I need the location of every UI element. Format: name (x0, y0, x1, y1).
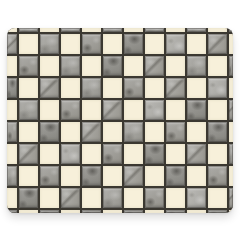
board-cell-r5-c11-cream (229, 122, 233, 142)
board-cell-r5-c2-gray (40, 122, 59, 142)
board-cell-r7-c1-cream (19, 166, 38, 186)
board-cell-r1-c11-cream (229, 34, 233, 54)
board-cell-r0-c10-cream (208, 28, 227, 32)
board-cell-r7-c6-gray (124, 166, 143, 186)
board-cell-r4-c1-gray (19, 100, 38, 120)
board-cell-r9-c3-cream (61, 210, 80, 213)
board-cell-r6-c1-gray (19, 144, 38, 164)
board-cell-r8-c10-cream (208, 188, 227, 208)
board-cell-r7-c5-cream (103, 166, 122, 186)
board-cell-r9-c4-gray (82, 210, 101, 213)
board-cell-r2-c10-cream (208, 56, 227, 76)
board-cell-r1-c2-gray (40, 34, 59, 54)
board-cell-r4-c10-cream (208, 100, 227, 120)
board-cell-r7-c7-cream (145, 166, 164, 186)
board-cell-r7-c10-gray (208, 166, 227, 186)
board-cell-r0-c8-cream (166, 28, 185, 32)
board-cell-r0-c3-gray (61, 28, 80, 32)
board-cell-r6-c0-cream (7, 144, 17, 164)
board-cell-r3-c4-gray (82, 78, 101, 98)
board-cell-r7-c8-gray (166, 166, 185, 186)
board-cell-r6-c6-cream (124, 144, 143, 164)
board-cell-r7-c2-gray (40, 166, 59, 186)
board-cell-r0-c5-gray (103, 28, 122, 32)
board-cell-r9-c5-cream (103, 210, 122, 213)
board-cell-r6-c11-gray (229, 144, 233, 164)
board-cell-r3-c0-gray (7, 78, 17, 98)
board-cell-r2-c1-gray (19, 56, 38, 76)
board-cell-r6-c2-cream (40, 144, 59, 164)
board-cell-r0-c0-cream (7, 28, 17, 32)
board-cell-r8-c8-cream (166, 188, 185, 208)
board-cell-r0-c7-gray (145, 28, 164, 32)
board-cell-r8-c11-gray (229, 188, 233, 208)
board-cell-r0-c9-gray (187, 28, 206, 32)
board-cell-r8-c5-gray (103, 188, 122, 208)
board-cell-r9-c2-gray (40, 210, 59, 213)
board-cell-r4-c3-gray (61, 100, 80, 120)
board-cell-r5-c3-cream (61, 122, 80, 142)
board-cell-r5-c7-cream (145, 122, 164, 142)
board-cell-r2-c7-gray (145, 56, 164, 76)
board-cell-r3-c2-gray (40, 78, 59, 98)
board-cell-r3-c1-cream (19, 78, 38, 98)
board-cell-r1-c7-cream (145, 34, 164, 54)
board-cell-r8-c9-gray (187, 188, 206, 208)
board-cell-r1-c8-gray (166, 34, 185, 54)
board-cell-r4-c2-cream (40, 100, 59, 120)
board-cell-r3-c6-gray (124, 78, 143, 98)
board-cell-r6-c4-cream (82, 144, 101, 164)
board-cell-r8-c1-gray (19, 188, 38, 208)
board-cell-r5-c8-gray (166, 122, 185, 142)
board-cell-r0-c4-cream (82, 28, 101, 32)
board-cell-r1-c0-gray (7, 34, 17, 54)
board-cell-r0-c11-gray (229, 28, 233, 32)
board-cell-r5-c0-gray (7, 122, 17, 142)
board-cell-r1-c5-cream (103, 34, 122, 54)
board-cell-r8-c0-cream (7, 188, 17, 208)
board-cell-r4-c11-gray (229, 100, 233, 120)
board-cell-r4-c4-cream (82, 100, 101, 120)
board-cell-r8-c6-cream (124, 188, 143, 208)
board-cell-r4-c6-cream (124, 100, 143, 120)
board-cell-r5-c4-gray (82, 122, 101, 142)
board-cell-r4-c8-cream (166, 100, 185, 120)
board-cell-r3-c3-cream (61, 78, 80, 98)
board-cell-r1-c6-gray (124, 34, 143, 54)
board-cell-r4-c7-gray (145, 100, 164, 120)
board-cell-r0-c1-gray (19, 28, 38, 32)
board-cell-r6-c9-gray (187, 144, 206, 164)
board-cell-r2-c8-cream (166, 56, 185, 76)
board-cell-r9-c1-cream (19, 210, 38, 213)
board-cell-r8-c3-gray (61, 188, 80, 208)
product-photo-background (0, 0, 240, 240)
board-cell-r9-c9-cream (187, 210, 206, 213)
board-cell-r9-c11-cream (229, 210, 233, 213)
board-cell-r7-c4-gray (82, 166, 101, 186)
board-cell-r5-c1-cream (19, 122, 38, 142)
board-cell-r9-c6-gray (124, 210, 143, 213)
board-cell-r6-c8-cream (166, 144, 185, 164)
board-cell-r2-c2-cream (40, 56, 59, 76)
board-cell-r2-c0-cream (7, 56, 17, 76)
board-cell-r2-c3-gray (61, 56, 80, 76)
board-cell-r5-c10-gray (208, 122, 227, 142)
board-cell-r6-c10-cream (208, 144, 227, 164)
board-cell-r4-c5-gray (103, 100, 122, 120)
board-cell-r8-c7-gray (145, 188, 164, 208)
board-cell-r6-c7-gray (145, 144, 164, 164)
board-cell-r9-c8-gray (166, 210, 185, 213)
board-cell-r7-c9-cream (187, 166, 206, 186)
board-cell-r9-c0-gray (7, 210, 17, 213)
board-cell-r3-c5-cream (103, 78, 122, 98)
board-cell-r0-c2-cream (40, 28, 59, 32)
board-cell-r0-c6-cream (124, 28, 143, 32)
board-cell-r2-c6-cream (124, 56, 143, 76)
checkerboard-blanket (7, 28, 233, 213)
board-cell-r7-c0-gray (7, 166, 17, 186)
board-cell-r3-c9-cream (187, 78, 206, 98)
board-cell-r2-c9-gray (187, 56, 206, 76)
board-cell-r4-c9-gray (187, 100, 206, 120)
board-cell-r5-c6-gray (124, 122, 143, 142)
board-cell-r9-c10-gray (208, 210, 227, 213)
board-cell-r1-c9-cream (187, 34, 206, 54)
board-cell-r8-c2-cream (40, 188, 59, 208)
board-cell-r5-c5-cream (103, 122, 122, 142)
board-cell-r3-c8-gray (166, 78, 185, 98)
board-cell-r8-c4-cream (82, 188, 101, 208)
board-cell-r9-c7-cream (145, 210, 164, 213)
board-cell-r2-c11-gray (229, 56, 233, 76)
board-cell-r7-c11-cream (229, 166, 233, 186)
board-cell-r7-c3-cream (61, 166, 80, 186)
board-cell-r2-c4-cream (82, 56, 101, 76)
board-cell-r3-c10-gray (208, 78, 227, 98)
board-cell-r3-c7-cream (145, 78, 164, 98)
board-cell-r6-c5-gray (103, 144, 122, 164)
board-cell-r3-c11-cream (229, 78, 233, 98)
board-cell-r2-c5-gray (103, 56, 122, 76)
board-cell-r5-c9-cream (187, 122, 206, 142)
board-cell-r1-c4-gray (82, 34, 101, 54)
board-cell-r1-c3-cream (61, 34, 80, 54)
board-cell-r4-c0-cream (7, 100, 17, 120)
board-cell-r1-c1-cream (19, 34, 38, 54)
board-cell-r1-c10-gray (208, 34, 227, 54)
board-cell-r6-c3-gray (61, 144, 80, 164)
